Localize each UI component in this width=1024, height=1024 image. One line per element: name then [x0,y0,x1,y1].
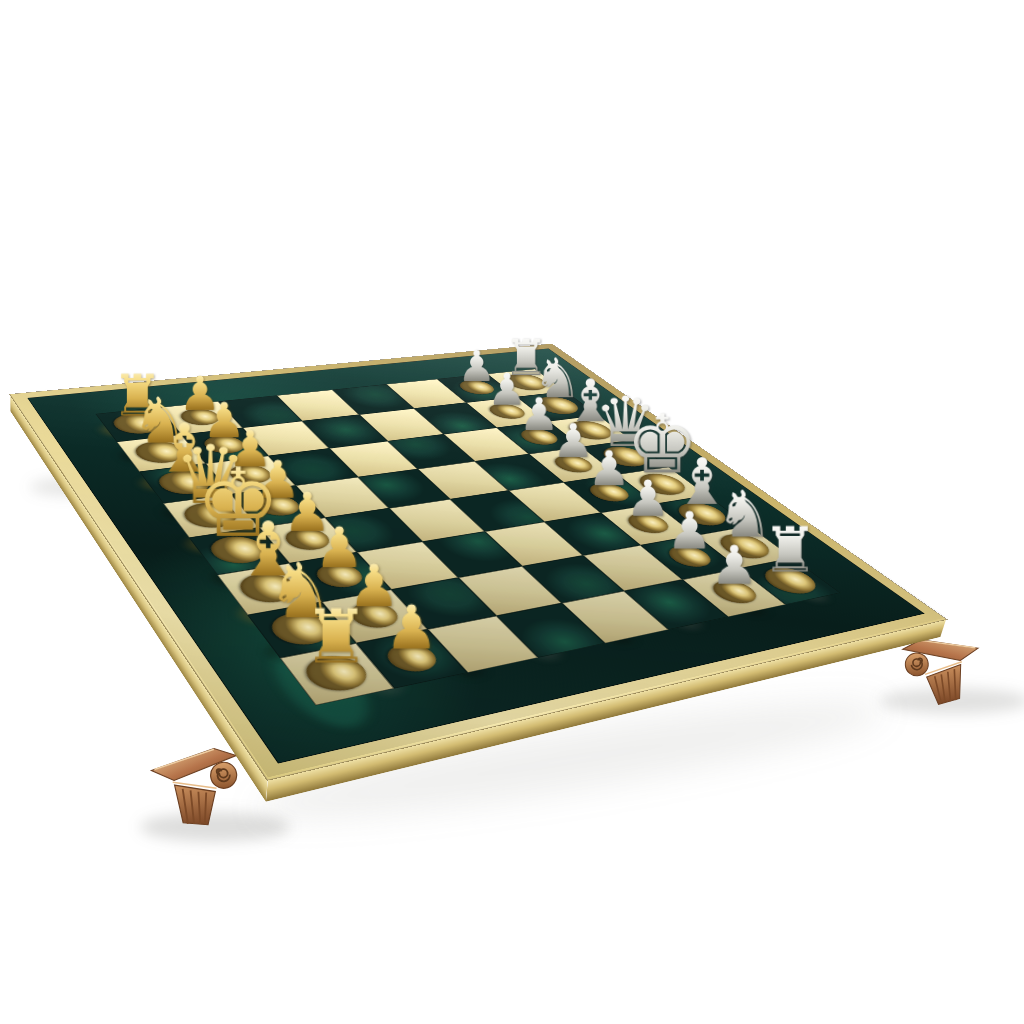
product-photo-stage: ♜♞♝♛♚♝♞♜♟♟♟♟♟♟♟♟♟♟♟♟♟♟♟♟♜♞♝♛♚♝♞♜ [0,0,1024,1024]
piece-gold-rook-h1[interactable]: ♜ [294,524,379,674]
piece-gold-pawn-h2[interactable]: ♟ [371,512,453,658]
silver-pawn-glyph: ♟ [710,539,758,592]
gold-pawn-glyph: ♟ [385,597,439,658]
gold-rook-glyph: ♜ [303,599,370,674]
piece-silver-pawn-h7[interactable]: ♟ [698,464,771,592]
